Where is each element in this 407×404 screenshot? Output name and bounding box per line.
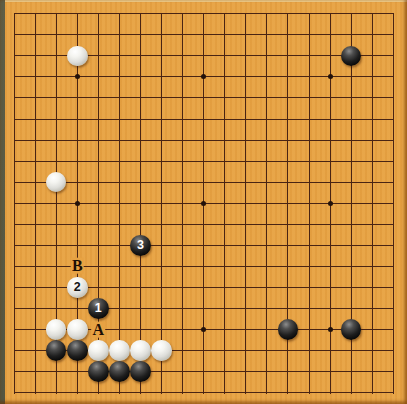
white-stone xyxy=(151,340,172,361)
grid-line-horizontal xyxy=(14,308,394,309)
board-left-edge xyxy=(0,0,5,404)
grid-line-horizontal xyxy=(14,119,394,120)
black-stone xyxy=(341,46,362,67)
grid-line-horizontal xyxy=(14,371,394,372)
white-stone xyxy=(109,340,130,361)
grid-line-horizontal xyxy=(14,224,394,225)
grid-line-vertical xyxy=(224,14,225,394)
black-stone xyxy=(67,340,88,361)
star-point xyxy=(201,74,206,79)
intersection-label-a: A xyxy=(92,321,106,337)
move-number: 2 xyxy=(74,281,81,294)
white-stone xyxy=(46,319,67,340)
move-number: 1 xyxy=(95,302,102,315)
goban[interactable]: 321AB xyxy=(0,0,407,404)
move-number: 3 xyxy=(137,239,144,252)
star-point xyxy=(75,201,80,206)
grid-line-vertical xyxy=(393,14,394,394)
star-point xyxy=(328,74,333,79)
black-stone xyxy=(130,361,151,382)
black-stone xyxy=(341,319,362,340)
board-top-highlight xyxy=(5,0,407,2)
grid-line-vertical xyxy=(309,14,310,394)
grid-line-horizontal xyxy=(14,245,394,246)
grid-line-horizontal xyxy=(14,161,394,162)
grid-line-vertical xyxy=(372,14,373,394)
black-stone-move-1: 1 xyxy=(88,298,109,319)
white-stone-move-2: 2 xyxy=(67,277,88,298)
grid-line-horizontal xyxy=(14,182,394,183)
grid-line-horizontal xyxy=(14,392,394,393)
grid-line-horizontal xyxy=(14,140,394,141)
black-stone-move-3: 3 xyxy=(130,235,151,256)
star-point xyxy=(328,201,333,206)
black-stone xyxy=(109,361,130,382)
star-point xyxy=(75,74,80,79)
white-stone xyxy=(46,172,67,193)
black-stone xyxy=(278,319,299,340)
grid-line-horizontal xyxy=(14,34,394,35)
white-stone xyxy=(67,319,88,340)
star-point xyxy=(328,327,333,332)
white-stone xyxy=(67,46,88,67)
star-point xyxy=(201,327,206,332)
grid-line-vertical xyxy=(266,14,267,394)
grid-line-vertical xyxy=(245,14,246,394)
go-board-diagram: 321AB xyxy=(0,0,407,404)
white-stone xyxy=(130,340,151,361)
black-stone xyxy=(88,361,109,382)
grid-line-horizontal xyxy=(14,97,394,98)
white-stone xyxy=(88,340,109,361)
star-point xyxy=(201,201,206,206)
black-stone xyxy=(46,340,67,361)
grid-line-horizontal xyxy=(14,13,394,14)
intersection-label-b: B xyxy=(71,258,84,274)
